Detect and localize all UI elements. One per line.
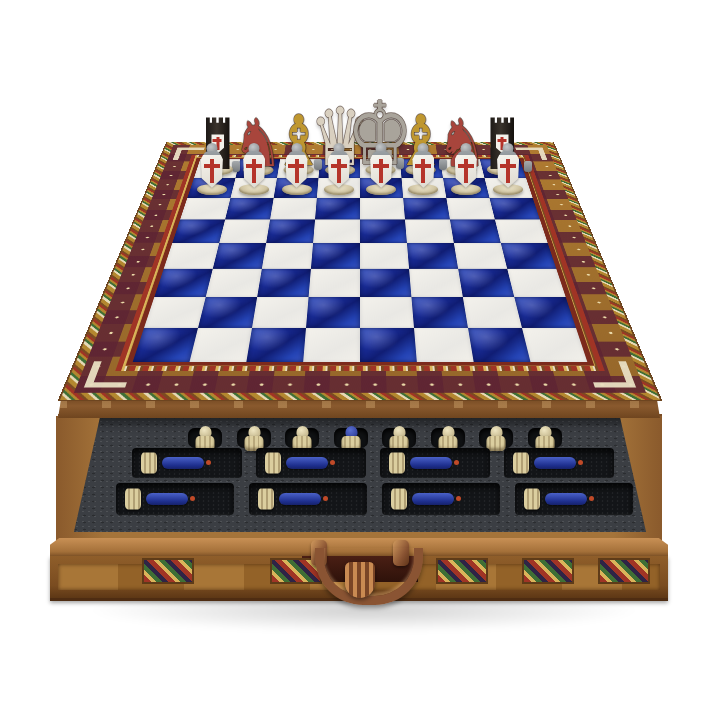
square-b1[interactable] (190, 328, 253, 362)
square-d3[interactable] (309, 269, 360, 297)
square-h6[interactable] (489, 198, 539, 220)
drawer-slot (380, 448, 490, 478)
mosaic-inlay-tile (436, 558, 488, 584)
paint-fleck (190, 496, 195, 501)
square-f5[interactable] (405, 219, 454, 243)
paint-fleck (454, 460, 459, 465)
drawer-slot (382, 483, 500, 515)
stored-piece-standing[interactable] (487, 426, 506, 451)
square-g4[interactable] (454, 243, 507, 269)
square-e6[interactable] (360, 198, 405, 220)
square-d1[interactable] (303, 328, 360, 362)
square-h4[interactable] (501, 243, 556, 269)
pawn-figure (324, 143, 354, 189)
square-b5[interactable] (219, 219, 270, 243)
square-b2[interactable] (198, 297, 257, 328)
square-e2[interactable] (360, 297, 414, 328)
crusader-shield-icon (455, 155, 477, 188)
square-b3[interactable] (206, 269, 262, 297)
drawer-handle[interactable] (309, 540, 411, 606)
crusader-shield-icon (286, 155, 308, 188)
square-a4[interactable] (164, 243, 219, 269)
square-f2[interactable] (411, 297, 468, 328)
square-f1[interactable] (414, 328, 474, 362)
square-b4[interactable] (213, 243, 266, 269)
stored-piece-lying[interactable] (412, 493, 454, 505)
piece-white-pawn-g7[interactable] (451, 143, 481, 195)
square-g5[interactable] (450, 219, 501, 243)
mosaic-inlay-tile (598, 558, 650, 584)
square-a6[interactable] (180, 198, 230, 220)
stored-piece-lying[interactable] (146, 493, 188, 505)
crusader-shield-icon (243, 155, 265, 188)
square-g1[interactable] (468, 328, 531, 362)
square-a2[interactable] (144, 297, 206, 328)
square-h3[interactable] (507, 269, 565, 297)
square-d6[interactable] (315, 198, 360, 220)
square-g3[interactable] (458, 269, 514, 297)
square-c5[interactable] (266, 219, 315, 243)
handle-shell-ornament (345, 562, 375, 598)
piece-white-pawn-e7[interactable] (366, 143, 396, 195)
stored-piece-lying[interactable] (286, 457, 328, 469)
pawn-figure (239, 143, 269, 189)
pawn-figure (451, 143, 481, 189)
paint-fleck (323, 496, 328, 501)
drawer-slot (256, 448, 366, 478)
square-d2[interactable] (306, 297, 360, 328)
crusader-shield-icon (328, 155, 350, 188)
crusader-shield-icon (370, 155, 392, 188)
pawn-figure (366, 143, 396, 189)
stored-piece-base[interactable] (125, 489, 141, 510)
stored-piece-lying[interactable] (162, 457, 204, 469)
square-e5[interactable] (360, 219, 407, 243)
stored-piece-base[interactable] (265, 453, 281, 474)
square-a5[interactable] (172, 219, 225, 243)
drawer-slot (504, 448, 614, 478)
stored-piece-base[interactable] (524, 489, 540, 510)
square-e1[interactable] (360, 328, 417, 362)
stored-piece-base[interactable] (513, 453, 529, 474)
piece-white-pawn-b7[interactable] (239, 143, 269, 195)
stored-piece-lying[interactable] (410, 457, 452, 469)
drawer-slot (116, 483, 234, 515)
square-h1[interactable] (522, 328, 587, 362)
crusader-shield-icon (201, 155, 223, 188)
square-h5[interactable] (495, 219, 548, 243)
pawn-figure (197, 143, 227, 189)
stored-piece-base (487, 436, 506, 451)
square-a1[interactable] (133, 328, 198, 362)
paint-fleck (330, 460, 335, 465)
square-h2[interactable] (514, 297, 576, 328)
square-c6[interactable] (270, 198, 317, 220)
drawer-slot (249, 483, 367, 515)
paint-fleck (456, 496, 461, 501)
square-c3[interactable] (257, 269, 311, 297)
piece-white-pawn-f7[interactable] (408, 143, 438, 195)
stored-piece-base[interactable] (391, 489, 407, 510)
drawer-slot (515, 483, 633, 515)
piece-white-pawn-c7[interactable] (282, 143, 312, 195)
square-c2[interactable] (252, 297, 309, 328)
piece-white-pawn-h7[interactable] (493, 143, 523, 195)
square-a3[interactable] (154, 269, 212, 297)
square-f6[interactable] (403, 198, 450, 220)
square-c4[interactable] (262, 243, 313, 269)
square-d4[interactable] (311, 243, 360, 269)
square-g2[interactable] (463, 297, 522, 328)
stored-piece-base[interactable] (389, 453, 405, 474)
square-b6[interactable] (225, 198, 274, 220)
pawn-figure (408, 143, 438, 189)
stored-piece-lying[interactable] (545, 493, 587, 505)
stored-piece-lying[interactable] (534, 457, 576, 469)
square-c1[interactable] (246, 328, 306, 362)
crusader-shield-icon (412, 155, 434, 188)
stored-piece-base[interactable] (141, 453, 157, 474)
paint-fleck (589, 496, 594, 501)
square-e3[interactable] (360, 269, 411, 297)
pawn-figure (282, 143, 312, 189)
stored-piece-base[interactable] (258, 489, 274, 510)
pawn-figure (493, 143, 523, 189)
square-g6[interactable] (446, 198, 495, 220)
square-f4[interactable] (407, 243, 458, 269)
mosaic-inlay-tile (142, 558, 194, 584)
chess-set-photo: ♞♝♛♚♝♞ (0, 0, 720, 720)
square-f3[interactable] (409, 269, 463, 297)
stored-piece-lying[interactable] (279, 493, 321, 505)
piece-white-pawn-d7[interactable] (324, 143, 354, 195)
crusader-shield-icon (497, 155, 519, 188)
mosaic-inlay-tile (522, 558, 574, 584)
drawer-slot (132, 448, 242, 478)
piece-white-pawn-a7[interactable] (197, 143, 227, 195)
paint-fleck (578, 460, 583, 465)
square-e4[interactable] (360, 243, 409, 269)
paint-fleck (206, 460, 211, 465)
square-d5[interactable] (313, 219, 360, 243)
